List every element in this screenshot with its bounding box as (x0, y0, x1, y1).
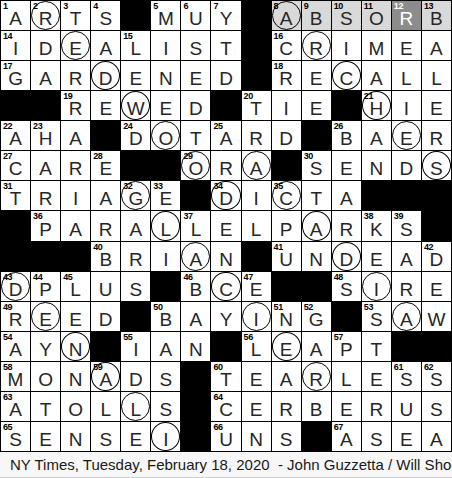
cell-letter: I (332, 38, 361, 59)
grid-cell[interactable]: 7Y (211, 1, 240, 30)
grid-cell[interactable]: 42D (422, 242, 451, 271)
cell-letter: C (211, 399, 240, 420)
grid-cell[interactable]: E (302, 61, 331, 90)
grid-cell[interactable]: T (211, 31, 240, 60)
grid-cell[interactable]: E (362, 242, 391, 271)
cell-letter: D (181, 98, 210, 119)
cell-letter: B (332, 128, 361, 149)
grid-cell[interactable]: R (91, 211, 120, 240)
grid-cell[interactable]: E (121, 422, 150, 451)
grid-cell[interactable]: 26B (332, 121, 361, 150)
grid-cell[interactable]: 27C (1, 151, 30, 180)
cell-letter: U (272, 249, 301, 270)
grid-cell[interactable]: A (422, 422, 451, 451)
grid-cell[interactable]: 39S (392, 211, 421, 240)
cell-letter: O (362, 8, 391, 29)
grid-cell[interactable]: I (332, 31, 361, 60)
grid-cell[interactable]: D (272, 121, 301, 150)
grid-cell[interactable]: D (211, 61, 240, 90)
cell-letter: N (272, 309, 301, 330)
cell-letter: I (362, 279, 391, 300)
grid-cell[interactable]: E (332, 392, 361, 421)
grid-cell[interactable]: R (121, 242, 150, 271)
grid-cell[interactable]: S (151, 362, 180, 391)
grid-cell[interactable]: L (392, 61, 421, 90)
grid-cell[interactable]: A (242, 151, 271, 180)
grid-cell[interactable]: 21H (362, 91, 391, 120)
grid-cell[interactable]: S (91, 422, 120, 451)
grid-cell[interactable]: 20T (242, 91, 271, 120)
grid-cell[interactable]: E (242, 392, 271, 421)
grid-cell[interactable]: 11O (362, 1, 391, 30)
cell-letter: T (302, 188, 331, 209)
cell-letter: T (61, 8, 90, 29)
puzzle-caption: NY Times, Tuesday, February 18, 2020 - J… (0, 452, 452, 478)
grid-cell[interactable]: 3T (61, 1, 90, 30)
grid-cell[interactable]: 16C (272, 31, 301, 60)
grid-cell[interactable]: R (31, 181, 60, 210)
black-cell (31, 91, 60, 120)
grid-cell[interactable]: 2R (31, 1, 60, 30)
cell-letter: A (181, 309, 210, 330)
grid-cell[interactable]: 51N (272, 302, 301, 331)
cell-letter: B (422, 8, 451, 29)
black-cell (392, 332, 421, 361)
grid-cell[interactable]: 22A (1, 121, 30, 150)
cell-letter: T (31, 399, 60, 420)
grid-cell[interactable]: 54A (1, 332, 30, 361)
cell-letter: U (392, 399, 421, 420)
grid-cell[interactable]: R (211, 151, 240, 180)
cell-letter: A (61, 128, 90, 149)
grid-cell[interactable]: I (272, 91, 301, 120)
cell-letter: A (151, 339, 180, 360)
grid-cell[interactable]: 52G (302, 302, 331, 331)
grid-cell[interactable]: 64C (211, 392, 240, 421)
cell-letter: L (181, 219, 210, 240)
cell-letter: E (332, 399, 361, 420)
grid-cell[interactable]: M (362, 31, 391, 60)
grid-cell[interactable]: R (302, 362, 331, 391)
grid-cell[interactable]: 63A (1, 392, 30, 421)
crossword-grid: 1A2R3T4S5M6U7Y8A9B10S11O12R13B14IDEA15LI… (0, 0, 452, 452)
grid-cell[interactable]: E (242, 362, 271, 391)
grid-cell[interactable]: 19R (61, 91, 90, 120)
grid-cell[interactable]: I (242, 302, 271, 331)
cell-letter: R (211, 158, 240, 179)
cell-letter: E (181, 68, 210, 89)
grid-cell[interactable]: R (302, 31, 331, 60)
cell-letter: O (181, 158, 210, 179)
cell-letter: E (121, 68, 150, 89)
grid-cell[interactable]: E (61, 31, 90, 60)
black-cell (302, 121, 331, 150)
cell-letter: A (392, 309, 421, 330)
cell-letter: E (332, 158, 361, 179)
grid-cell[interactable]: N (151, 61, 180, 90)
grid-cell[interactable]: 43D (1, 272, 30, 301)
grid-cell[interactable]: 60T (211, 362, 240, 391)
grid-cell[interactable]: 5M (151, 1, 180, 30)
black-cell (242, 61, 271, 90)
cell-letter: A (272, 8, 301, 29)
grid-cell[interactable]: A (181, 302, 210, 331)
cell-letter: N (61, 369, 90, 390)
grid-cell[interactable]: 4S (91, 1, 120, 30)
grid-cell[interactable]: 32G (121, 181, 150, 210)
grid-cell[interactable]: A (91, 31, 120, 60)
grid-cell[interactable]: 62S (422, 362, 451, 391)
cell-letter: O (151, 128, 180, 149)
cell-letter: R (31, 188, 60, 209)
grid-cell[interactable]: D (91, 302, 120, 331)
grid-cell[interactable]: E (211, 211, 240, 240)
grid-cell[interactable]: R (332, 211, 361, 240)
cell-letter: A (91, 38, 120, 59)
grid-cell[interactable]: 13B (422, 1, 451, 30)
grid-cell[interactable]: 1A (1, 1, 30, 30)
cell-letter: I (1, 38, 30, 59)
grid-cell[interactable]: 9B (302, 1, 331, 30)
cell-letter: A (332, 188, 361, 209)
grid-cell[interactable]: 15L (121, 31, 150, 60)
grid-cell[interactable]: D (121, 362, 150, 391)
grid-cell[interactable]: E (362, 362, 391, 391)
grid-cell[interactable]: A (61, 211, 90, 240)
grid-cell[interactable]: E (422, 272, 451, 301)
cell-letter: R (91, 219, 120, 240)
grid-cell[interactable]: L (422, 61, 451, 90)
grid-cell[interactable]: 24D (121, 121, 150, 150)
grid-cell[interactable]: I (151, 31, 180, 60)
grid-cell[interactable]: S (151, 392, 180, 421)
cell-letter: N (362, 158, 391, 179)
cell-letter: B (91, 249, 120, 270)
grid-cell[interactable]: A (31, 61, 60, 90)
grid-cell[interactable]: I (61, 181, 90, 210)
cell-letter: M (151, 8, 180, 29)
grid-cell[interactable]: N (61, 422, 90, 451)
cell-letter: L (422, 68, 451, 89)
cell-letter: G (121, 188, 150, 209)
grid-cell[interactable]: 30S (302, 151, 331, 180)
grid-cell[interactable]: 33E (151, 181, 180, 210)
cell-letter: D (392, 158, 421, 179)
cell-letter: E (151, 188, 180, 209)
cell-letter: A (362, 68, 391, 89)
grid-cell[interactable]: 28E (91, 151, 120, 180)
grid-cell[interactable]: R (362, 392, 391, 421)
grid-cell[interactable]: L (242, 211, 271, 240)
grid-cell[interactable]: D (332, 242, 361, 271)
grid-cell[interactable]: C (332, 61, 361, 90)
cell-letter: N (61, 429, 90, 450)
cell-letter: E (121, 429, 150, 450)
cell-letter: D (1, 279, 30, 300)
grid-cell[interactable]: 17G (1, 61, 30, 90)
grid-cell[interactable]: R (61, 61, 90, 90)
grid-cell[interactable]: B (302, 392, 331, 421)
grid-cell[interactable]: L (151, 211, 180, 240)
grid-cell[interactable]: T (181, 121, 210, 150)
cell-letter: W (422, 309, 451, 330)
grid-cell[interactable]: W (422, 302, 451, 331)
cell-letter: D (211, 68, 240, 89)
black-cell (1, 91, 30, 120)
grid-cell[interactable]: 48S (332, 272, 361, 301)
black-cell (121, 1, 150, 30)
grid-cell[interactable]: W (121, 91, 150, 120)
grid-cell[interactable]: S (362, 422, 391, 451)
cell-letter: I (151, 38, 180, 59)
cell-letter: L (91, 399, 120, 420)
grid-cell[interactable]: R (392, 272, 421, 301)
cell-letter: L (151, 219, 180, 240)
cell-letter: E (422, 98, 451, 119)
grid-cell[interactable]: 50B (151, 302, 180, 331)
grid-cell[interactable]: A (31, 151, 60, 180)
grid-cell[interactable]: N (61, 332, 90, 361)
cell-letter: A (422, 38, 451, 59)
grid-cell[interactable]: L (121, 392, 150, 421)
grid-cell[interactable]: A (91, 181, 120, 210)
cell-letter: O (31, 369, 60, 390)
grid-cell[interactable]: E (121, 61, 150, 90)
black-cell (242, 242, 271, 271)
grid-cell[interactable]: E (422, 91, 451, 120)
grid-cell[interactable]: T (302, 181, 331, 210)
grid-cell[interactable]: 37L (181, 211, 210, 240)
cell-letter: R (392, 8, 421, 29)
grid-cell[interactable]: D (31, 31, 60, 60)
grid-cell[interactable]: N (211, 242, 240, 271)
grid-cell[interactable]: E (31, 422, 60, 451)
grid-cell[interactable]: S (121, 272, 150, 301)
cell-letter: Y (211, 8, 240, 29)
grid-cell[interactable]: 36P (31, 211, 60, 240)
grid-cell[interactable]: D (91, 61, 120, 90)
cell-letter: A (1, 8, 30, 29)
grid-cell[interactable]: I (242, 181, 271, 210)
cell-letter: R (61, 98, 90, 119)
cell-letter: S (272, 429, 301, 450)
grid-cell[interactable]: 65S (1, 422, 30, 451)
grid-cell[interactable]: 14I (1, 31, 30, 60)
cell-letter: R (1, 309, 30, 330)
cell-letter: D (91, 309, 120, 330)
cell-letter: L (242, 219, 271, 240)
black-cell (302, 422, 331, 451)
cell-letter: R (302, 369, 331, 390)
cell-letter: M (1, 369, 30, 390)
grid-cell[interactable]: A (362, 121, 391, 150)
grid-cell[interactable]: 55I (121, 332, 150, 361)
cell-letter: R (121, 249, 150, 270)
grid-cell[interactable]: I (362, 272, 391, 301)
grid-cell[interactable]: 35C (272, 181, 301, 210)
cell-letter: G (302, 309, 331, 330)
grid-cell[interactable]: 6U (181, 1, 210, 30)
grid-cell[interactable]: 45L (61, 272, 90, 301)
grid-cell[interactable]: E (392, 31, 421, 60)
grid-cell[interactable]: 59A (91, 362, 120, 391)
grid-cell[interactable]: L (332, 362, 361, 391)
grid-cell[interactable]: E (392, 121, 421, 150)
grid-cell[interactable]: A (392, 302, 421, 331)
grid-cell[interactable]: S (422, 151, 451, 180)
cell-letter: S (91, 429, 120, 450)
black-cell (151, 151, 180, 180)
cell-letter: B (181, 279, 210, 300)
grid-cell[interactable]: C (211, 272, 240, 301)
grid-cell[interactable]: 23H (31, 121, 60, 150)
grid-cell[interactable]: A (121, 211, 150, 240)
cell-letter: P (332, 339, 361, 360)
grid-cell[interactable]: 40B (91, 242, 120, 271)
cell-letter: P (272, 219, 301, 240)
cell-letter: S (332, 8, 361, 29)
cell-letter: I (151, 249, 180, 270)
black-cell (422, 181, 451, 210)
grid-cell[interactable]: P (272, 211, 301, 240)
cell-letter: D (272, 128, 301, 149)
grid-cell[interactable]: S (181, 31, 210, 60)
cell-letter: L (392, 68, 421, 89)
grid-cell[interactable]: 56L (242, 332, 271, 361)
grid-cell[interactable]: O (61, 392, 90, 421)
grid-cell[interactable]: N (181, 332, 210, 361)
grid-cell[interactable]: A (272, 362, 301, 391)
grid-cell[interactable]: O (151, 121, 180, 150)
black-cell (332, 91, 361, 120)
grid-cell[interactable]: 34D (211, 181, 240, 210)
grid-cell[interactable]: S (272, 422, 301, 451)
grid-cell[interactable]: 31T (1, 181, 30, 210)
grid-cell[interactable]: E (392, 422, 421, 451)
grid-cell[interactable]: A (302, 211, 331, 240)
grid-cell[interactable]: T (362, 332, 391, 361)
grid-cell[interactable]: E (91, 91, 120, 120)
grid-cell[interactable]: E (61, 302, 90, 331)
black-cell (91, 332, 120, 361)
grid-cell[interactable]: N (362, 151, 391, 180)
cell-letter: I (121, 339, 150, 360)
grid-cell[interactable]: E (181, 61, 210, 90)
grid-cell[interactable]: E (151, 91, 180, 120)
cell-letter: E (272, 339, 301, 360)
black-cell (181, 181, 210, 210)
grid-cell[interactable]: 41U (272, 242, 301, 271)
grid-cell[interactable]: E (302, 91, 331, 120)
cell-letter: S (91, 8, 120, 29)
grid-cell[interactable]: R (272, 392, 301, 421)
grid-cell[interactable]: A (362, 61, 391, 90)
cell-letter: N (211, 249, 240, 270)
cell-letter: A (302, 339, 331, 360)
cell-letter: C (272, 188, 301, 209)
grid-cell[interactable]: Y (31, 332, 60, 361)
grid-cell[interactable]: 57P (332, 332, 361, 361)
grid-cell[interactable]: D (181, 91, 210, 120)
grid-cell[interactable]: E (332, 151, 361, 180)
cell-letter: E (61, 309, 90, 330)
grid-cell[interactable]: U (91, 272, 120, 301)
grid-cell[interactable]: A (302, 332, 331, 361)
black-cell (302, 272, 331, 301)
grid-cell[interactable]: N (242, 422, 271, 451)
cell-letter: D (211, 188, 240, 209)
grid-cell[interactable]: 18R (272, 61, 301, 90)
grid-cell[interactable]: A (332, 181, 361, 210)
grid-cell[interactable]: 47E (242, 272, 271, 301)
cell-letter: M (362, 38, 391, 59)
grid-cell[interactable]: 8A (272, 1, 301, 30)
cell-letter: S (151, 399, 180, 420)
black-cell (422, 211, 451, 240)
grid-cell[interactable]: 67A (332, 422, 361, 451)
grid-cell[interactable]: 61S (392, 362, 421, 391)
cell-letter: Y (211, 309, 240, 330)
grid-cell[interactable]: A (61, 121, 90, 150)
grid-cell[interactable]: N (61, 362, 90, 391)
grid-cell[interactable]: N (302, 242, 331, 271)
grid-cell[interactable]: T (31, 392, 60, 421)
grid-cell[interactable]: D (392, 151, 421, 180)
grid-cell[interactable]: 58M (1, 362, 30, 391)
grid-cell[interactable]: 12R (392, 1, 421, 30)
grid-cell[interactable]: I (392, 91, 421, 120)
black-cell (1, 242, 30, 271)
grid-cell[interactable]: R (242, 121, 271, 150)
cell-letter: E (392, 128, 421, 149)
grid-cell[interactable]: A (181, 242, 210, 271)
grid-cell[interactable]: 25A (211, 121, 240, 150)
grid-cell[interactable]: 38K (362, 211, 391, 240)
grid-cell[interactable]: A (151, 332, 180, 361)
grid-cell[interactable]: I (151, 422, 180, 451)
grid-cell[interactable]: R (422, 121, 451, 150)
grid-cell[interactable]: 53S (362, 302, 391, 331)
cell-letter: R (392, 279, 421, 300)
cell-letter: I (61, 188, 90, 209)
grid-cell[interactable]: O (31, 362, 60, 391)
grid-cell[interactable]: 44P (31, 272, 60, 301)
cell-letter: S (422, 399, 451, 420)
cell-letter: O (61, 399, 90, 420)
cell-letter: U (181, 8, 210, 29)
grid-cell[interactable]: 49R (1, 302, 30, 331)
grid-cell[interactable]: I (151, 242, 180, 271)
grid-cell[interactable]: L (91, 392, 120, 421)
grid-cell[interactable]: 66U (211, 422, 240, 451)
grid-cell[interactable]: E (31, 302, 60, 331)
cell-letter: K (362, 219, 391, 240)
grid-cell[interactable]: 46B (181, 272, 210, 301)
grid-cell[interactable]: E (272, 332, 301, 361)
cell-letter: I (242, 309, 271, 330)
cell-letter: S (181, 38, 210, 59)
grid-cell[interactable]: 10S (332, 1, 361, 30)
grid-cell[interactable]: U (392, 392, 421, 421)
grid-cell[interactable]: R (61, 151, 90, 180)
grid-cell[interactable]: A (422, 31, 451, 60)
cell-letter: R (422, 128, 451, 149)
grid-cell[interactable]: 29O (181, 151, 210, 180)
grid-cell[interactable]: Y (211, 302, 240, 331)
grid-cell[interactable]: A (392, 242, 421, 271)
grid-cell[interactable]: S (422, 392, 451, 421)
cell-letter: R (272, 68, 301, 89)
